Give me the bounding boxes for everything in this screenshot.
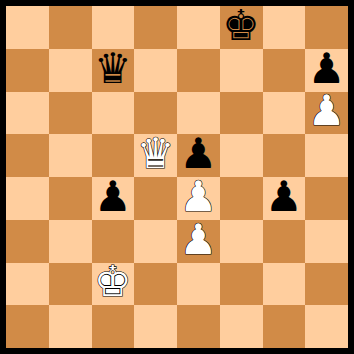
piece-white-king[interactable]: ♚ [94,263,132,304]
square-g4[interactable]: ♟ [263,177,306,220]
square-b7[interactable] [49,49,92,92]
square-f7[interactable] [220,49,263,92]
square-a4[interactable] [6,177,49,220]
square-b8[interactable] [49,6,92,49]
square-h3[interactable] [305,220,348,263]
square-e7[interactable] [177,49,220,92]
square-d5[interactable]: ♛ [134,134,177,177]
square-h2[interactable] [305,263,348,306]
square-f2[interactable] [220,263,263,306]
square-f6[interactable] [220,92,263,135]
square-d6[interactable] [134,92,177,135]
square-b1[interactable] [49,305,92,348]
square-e5[interactable]: ♟ [177,134,220,177]
square-d8[interactable] [134,6,177,49]
square-a2[interactable] [6,263,49,306]
square-a1[interactable] [6,305,49,348]
square-e3[interactable]: ♟ [177,220,220,263]
square-d2[interactable] [134,263,177,306]
piece-black-pawn[interactable]: ♟ [94,177,132,218]
square-h7[interactable]: ♟ [305,49,348,92]
square-b2[interactable] [49,263,92,306]
square-c7[interactable]: ♛ [92,49,135,92]
square-a5[interactable] [6,134,49,177]
square-f5[interactable] [220,134,263,177]
square-b4[interactable] [49,177,92,220]
piece-white-pawn[interactable]: ♟ [180,220,218,261]
square-f1[interactable] [220,305,263,348]
square-a3[interactable] [6,220,49,263]
square-e6[interactable] [177,92,220,135]
piece-white-pawn[interactable]: ♟ [180,177,218,218]
square-h1[interactable] [305,305,348,348]
square-f3[interactable] [220,220,263,263]
board-frame: ♚♛♟♟♛♟♟♟♟♟♚ [0,0,354,354]
square-g8[interactable] [263,6,306,49]
square-e1[interactable] [177,305,220,348]
piece-white-queen[interactable]: ♛ [137,134,175,175]
square-a6[interactable] [6,92,49,135]
square-e4[interactable]: ♟ [177,177,220,220]
square-c8[interactable] [92,6,135,49]
square-c3[interactable] [92,220,135,263]
square-g7[interactable] [263,49,306,92]
piece-black-pawn[interactable]: ♟ [265,177,303,218]
square-f4[interactable] [220,177,263,220]
piece-black-pawn[interactable]: ♟ [308,49,346,90]
chess-board: ♚♛♟♟♛♟♟♟♟♟♚ [6,6,348,348]
square-a7[interactable] [6,49,49,92]
square-g2[interactable] [263,263,306,306]
square-f8[interactable]: ♚ [220,6,263,49]
piece-black-queen[interactable]: ♛ [94,49,132,90]
piece-black-pawn[interactable]: ♟ [180,134,218,175]
piece-white-pawn[interactable]: ♟ [308,92,346,133]
square-c2[interactable]: ♚ [92,263,135,306]
square-e8[interactable] [177,6,220,49]
square-g1[interactable] [263,305,306,348]
square-d1[interactable] [134,305,177,348]
square-e2[interactable] [177,263,220,306]
square-b3[interactable] [49,220,92,263]
square-d7[interactable] [134,49,177,92]
square-b6[interactable] [49,92,92,135]
square-d4[interactable] [134,177,177,220]
square-a8[interactable] [6,6,49,49]
square-c5[interactable] [92,134,135,177]
square-g3[interactable] [263,220,306,263]
square-g5[interactable] [263,134,306,177]
square-g6[interactable] [263,92,306,135]
square-d3[interactable] [134,220,177,263]
square-c4[interactable]: ♟ [92,177,135,220]
square-c6[interactable] [92,92,135,135]
square-h6[interactable]: ♟ [305,92,348,135]
square-h5[interactable] [305,134,348,177]
square-c1[interactable] [92,305,135,348]
piece-black-king[interactable]: ♚ [222,6,260,47]
square-b5[interactable] [49,134,92,177]
square-h4[interactable] [305,177,348,220]
square-h8[interactable] [305,6,348,49]
